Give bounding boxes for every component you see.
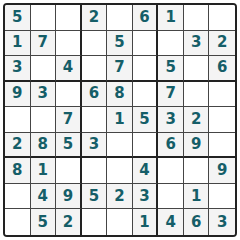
cell-r3c1: 3 <box>5 56 31 82</box>
cell-r9c1[interactable] <box>5 209 31 235</box>
cell-r7c9: 9 <box>209 158 235 184</box>
cell-r1c2[interactable] <box>31 5 57 31</box>
cell-r9c8: 6 <box>184 209 210 235</box>
cell-r1c6: 6 <box>133 5 159 31</box>
cell-r1c3[interactable] <box>56 5 82 31</box>
cell-r7c8[interactable] <box>184 158 210 184</box>
cell-r9c6: 1 <box>133 209 159 235</box>
cell-r4c5: 8 <box>107 82 133 108</box>
cell-r8c8: 1 <box>184 184 210 210</box>
cell-r3c5: 7 <box>107 56 133 82</box>
cell-r3c7: 5 <box>158 56 184 82</box>
cell-r2c7[interactable] <box>158 31 184 57</box>
cell-r9c4[interactable] <box>82 209 108 235</box>
cell-r3c2[interactable] <box>31 56 57 82</box>
cell-r4c9[interactable] <box>209 82 235 108</box>
cell-r1c9[interactable] <box>209 5 235 31</box>
cell-r5c8: 2 <box>184 107 210 133</box>
cell-r9c9: 3 <box>209 209 235 235</box>
cell-r6c1: 2 <box>5 133 31 159</box>
cell-r4c4: 6 <box>82 82 108 108</box>
cell-r9c2: 5 <box>31 209 57 235</box>
cell-r6c3: 5 <box>56 133 82 159</box>
cell-r4c3[interactable] <box>56 82 82 108</box>
cell-r5c3: 7 <box>56 107 82 133</box>
cell-r3c6[interactable] <box>133 56 159 82</box>
cell-r7c1: 8 <box>5 158 31 184</box>
cell-r1c7: 1 <box>158 5 184 31</box>
cell-r3c3: 4 <box>56 56 82 82</box>
cell-r5c4[interactable] <box>82 107 108 133</box>
cell-r2c5: 5 <box>107 31 133 57</box>
cell-r8c6: 3 <box>133 184 159 210</box>
cell-r9c7: 4 <box>158 209 184 235</box>
cell-r4c1: 9 <box>5 82 31 108</box>
cell-r6c7: 6 <box>158 133 184 159</box>
cell-r3c8[interactable] <box>184 56 210 82</box>
cell-r8c5: 2 <box>107 184 133 210</box>
cell-r9c5[interactable] <box>107 209 133 235</box>
cell-r5c7: 3 <box>158 107 184 133</box>
cell-r3c4[interactable] <box>82 56 108 82</box>
sudoku-board: 5261175323475693687715322853698149495231… <box>3 3 237 237</box>
cell-r7c3[interactable] <box>56 158 82 184</box>
cell-r5c2[interactable] <box>31 107 57 133</box>
cell-r5c5: 1 <box>107 107 133 133</box>
cell-r1c8[interactable] <box>184 5 210 31</box>
cell-r6c9[interactable] <box>209 133 235 159</box>
cell-r7c7[interactable] <box>158 158 184 184</box>
cell-r2c6[interactable] <box>133 31 159 57</box>
cell-r1c1: 5 <box>5 5 31 31</box>
cell-r7c5[interactable] <box>107 158 133 184</box>
cell-r8c7[interactable] <box>158 184 184 210</box>
cell-r8c9[interactable] <box>209 184 235 210</box>
cell-r2c4[interactable] <box>82 31 108 57</box>
cell-r8c1[interactable] <box>5 184 31 210</box>
cell-r6c6[interactable] <box>133 133 159 159</box>
cell-r2c1: 1 <box>5 31 31 57</box>
cell-r4c6[interactable] <box>133 82 159 108</box>
cell-r8c2: 4 <box>31 184 57 210</box>
cell-r2c3[interactable] <box>56 31 82 57</box>
cell-r6c4: 3 <box>82 133 108 159</box>
cell-r2c2: 7 <box>31 31 57 57</box>
cell-r1c5[interactable] <box>107 5 133 31</box>
cell-r5c1[interactable] <box>5 107 31 133</box>
cell-r4c7: 7 <box>158 82 184 108</box>
cell-r4c2: 3 <box>31 82 57 108</box>
cell-r4c8[interactable] <box>184 82 210 108</box>
cell-r6c5[interactable] <box>107 133 133 159</box>
cell-r7c6: 4 <box>133 158 159 184</box>
cell-r6c8: 9 <box>184 133 210 159</box>
cell-r8c3: 9 <box>56 184 82 210</box>
cell-r9c3: 2 <box>56 209 82 235</box>
cell-r2c9: 2 <box>209 31 235 57</box>
cell-r3c9: 6 <box>209 56 235 82</box>
cell-r5c6: 5 <box>133 107 159 133</box>
cell-r6c2: 8 <box>31 133 57 159</box>
cell-r8c4: 5 <box>82 184 108 210</box>
cell-r7c2: 1 <box>31 158 57 184</box>
cell-r2c8: 3 <box>184 31 210 57</box>
cell-r5c9[interactable] <box>209 107 235 133</box>
cell-r7c4[interactable] <box>82 158 108 184</box>
cell-r1c4: 2 <box>82 5 108 31</box>
